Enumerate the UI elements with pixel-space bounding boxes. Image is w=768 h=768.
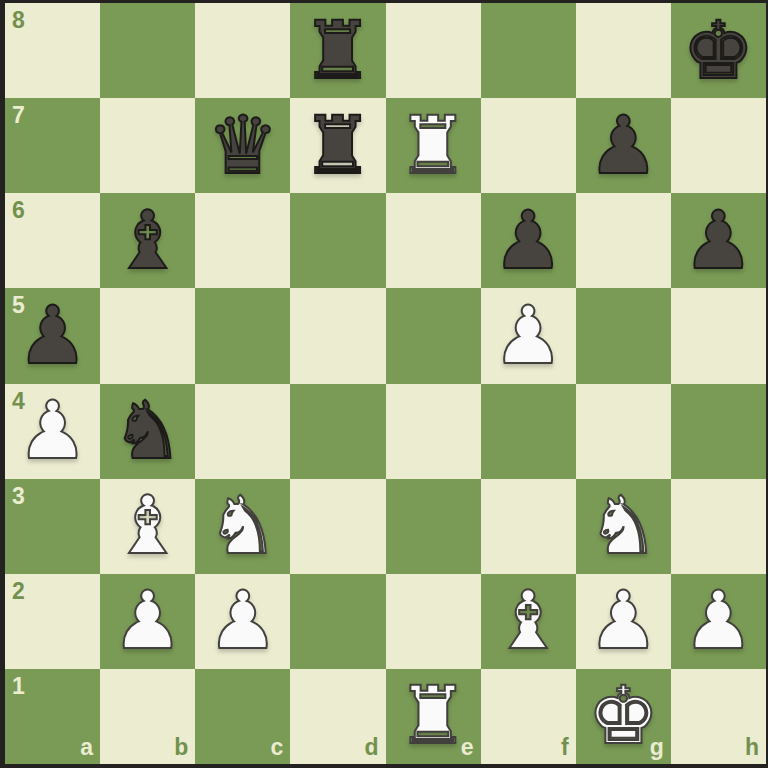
square-g8[interactable]	[576, 3, 671, 98]
white-pawn[interactable]: ♟	[17, 391, 89, 471]
square-h5[interactable]	[671, 288, 766, 383]
black-pawn[interactable]: ♟	[683, 201, 755, 281]
rank-label-1: 1	[12, 675, 25, 698]
square-a5[interactable]: 5♟	[5, 288, 100, 383]
square-b1[interactable]: b	[100, 669, 195, 764]
white-pawn[interactable]: ♟	[492, 296, 564, 376]
square-a1[interactable]: 1a	[5, 669, 100, 764]
square-h8[interactable]: ♚	[671, 3, 766, 98]
square-f3[interactable]	[481, 479, 576, 574]
black-king[interactable]: ♚	[683, 11, 755, 91]
square-g3[interactable]: ♞	[576, 479, 671, 574]
black-rook[interactable]: ♜	[302, 106, 374, 186]
white-pawn[interactable]: ♟	[587, 581, 659, 661]
file-label-a: a	[80, 736, 93, 759]
black-pawn[interactable]: ♟	[587, 106, 659, 186]
rank-label-6: 6	[12, 199, 25, 222]
white-rook[interactable]: ♜	[397, 106, 469, 186]
square-f4[interactable]	[481, 384, 576, 479]
square-h3[interactable]	[671, 479, 766, 574]
square-f1[interactable]: f	[481, 669, 576, 764]
chess-board-frame: 8♜♚7♛♜♜♟6♝♟♟5♟♟4♟♞3♝♞♞2♟♟♝♟♟1abcde♜fg♚h	[0, 0, 768, 768]
square-f8[interactable]	[481, 3, 576, 98]
square-d3[interactable]	[290, 479, 385, 574]
square-e2[interactable]	[386, 574, 481, 669]
square-a3[interactable]: 3	[5, 479, 100, 574]
square-b5[interactable]	[100, 288, 195, 383]
square-d1[interactable]: d	[290, 669, 385, 764]
square-b8[interactable]	[100, 3, 195, 98]
square-c5[interactable]	[195, 288, 290, 383]
square-a7[interactable]: 7	[5, 98, 100, 193]
square-f7[interactable]	[481, 98, 576, 193]
square-a8[interactable]: 8	[5, 3, 100, 98]
file-label-b: b	[174, 736, 188, 759]
square-h4[interactable]	[671, 384, 766, 479]
square-c2[interactable]: ♟	[195, 574, 290, 669]
rank-label-7: 7	[12, 104, 25, 127]
file-label-d: d	[364, 736, 378, 759]
square-d7[interactable]: ♜	[290, 98, 385, 193]
square-g5[interactable]	[576, 288, 671, 383]
square-c8[interactable]	[195, 3, 290, 98]
square-f6[interactable]: ♟	[481, 193, 576, 288]
square-c7[interactable]: ♛	[195, 98, 290, 193]
square-e5[interactable]	[386, 288, 481, 383]
white-pawn[interactable]: ♟	[683, 581, 755, 661]
square-b4[interactable]: ♞	[100, 384, 195, 479]
file-label-c: c	[271, 736, 284, 759]
square-b2[interactable]: ♟	[100, 574, 195, 669]
black-pawn[interactable]: ♟	[492, 201, 564, 281]
rank-label-2: 2	[12, 580, 25, 603]
white-pawn[interactable]: ♟	[112, 581, 184, 661]
white-bishop[interactable]: ♝	[492, 581, 564, 661]
black-rook[interactable]: ♜	[302, 11, 374, 91]
square-h2[interactable]: ♟	[671, 574, 766, 669]
white-knight[interactable]: ♞	[587, 486, 659, 566]
square-a6[interactable]: 6	[5, 193, 100, 288]
square-h1[interactable]: h	[671, 669, 766, 764]
square-c3[interactable]: ♞	[195, 479, 290, 574]
square-h7[interactable]	[671, 98, 766, 193]
square-e4[interactable]	[386, 384, 481, 479]
black-pawn[interactable]: ♟	[17, 296, 89, 376]
black-bishop[interactable]: ♝	[112, 201, 184, 281]
white-king[interactable]: ♚	[587, 676, 659, 756]
square-b6[interactable]: ♝	[100, 193, 195, 288]
black-knight[interactable]: ♞	[112, 391, 184, 471]
square-d4[interactable]	[290, 384, 385, 479]
square-g2[interactable]: ♟	[576, 574, 671, 669]
square-h6[interactable]: ♟	[671, 193, 766, 288]
square-b3[interactable]: ♝	[100, 479, 195, 574]
white-bishop[interactable]: ♝	[112, 486, 184, 566]
square-e1[interactable]: e♜	[386, 669, 481, 764]
square-e8[interactable]	[386, 3, 481, 98]
file-label-h: h	[745, 736, 759, 759]
square-c1[interactable]: c	[195, 669, 290, 764]
square-g7[interactable]: ♟	[576, 98, 671, 193]
square-a2[interactable]: 2	[5, 574, 100, 669]
square-f2[interactable]: ♝	[481, 574, 576, 669]
square-g1[interactable]: g♚	[576, 669, 671, 764]
square-d5[interactable]	[290, 288, 385, 383]
rank-label-8: 8	[12, 9, 25, 32]
square-d2[interactable]	[290, 574, 385, 669]
square-g4[interactable]	[576, 384, 671, 479]
square-e7[interactable]: ♜	[386, 98, 481, 193]
file-label-f: f	[561, 736, 569, 759]
white-knight[interactable]: ♞	[207, 486, 279, 566]
white-pawn[interactable]: ♟	[207, 581, 279, 661]
white-rook[interactable]: ♜	[397, 676, 469, 756]
square-b7[interactable]	[100, 98, 195, 193]
chess-board: 8♜♚7♛♜♜♟6♝♟♟5♟♟4♟♞3♝♞♞2♟♟♝♟♟1abcde♜fg♚h	[5, 3, 766, 764]
square-d6[interactable]	[290, 193, 385, 288]
rank-label-3: 3	[12, 485, 25, 508]
square-c6[interactable]	[195, 193, 290, 288]
square-e3[interactable]	[386, 479, 481, 574]
square-a4[interactable]: 4♟	[5, 384, 100, 479]
square-d8[interactable]: ♜	[290, 3, 385, 98]
square-e6[interactable]	[386, 193, 481, 288]
black-queen[interactable]: ♛	[207, 106, 279, 186]
square-c4[interactable]	[195, 384, 290, 479]
square-f5[interactable]: ♟	[481, 288, 576, 383]
square-g6[interactable]	[576, 193, 671, 288]
